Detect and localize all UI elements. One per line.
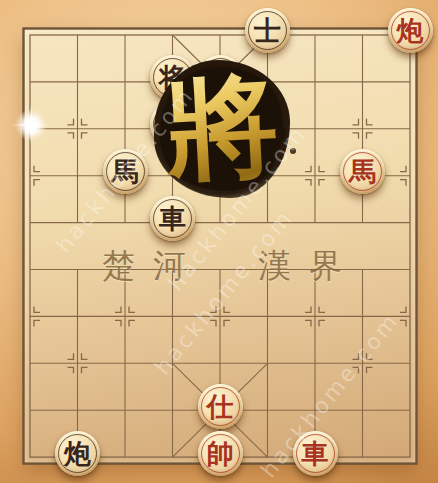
game-screen: 楚河 漢界 士炮将士炮馬馬馬車仕炮帥車 將 hackhome.com hackh… [0, 0, 438, 483]
sparkle-orb-icon [15, 109, 47, 141]
piece-glyph: 士 [254, 17, 281, 44]
piece-glyph: 炮 [397, 17, 424, 44]
piece-black-advisor[interactable]: 士 [245, 8, 290, 53]
piece-glyph: 帥 [207, 440, 234, 467]
piece-red-horse[interactable]: 馬 [340, 149, 385, 194]
piece-red-general[interactable]: 帥 [198, 431, 243, 476]
check-emblem-character: 將 [148, 52, 295, 201]
piece-glyph: 仕 [207, 393, 234, 420]
piece-black-chariot[interactable]: 車 [150, 196, 195, 241]
check-emblem: 將 [152, 58, 292, 200]
piece-glyph: 馬 [349, 158, 376, 185]
piece-red-advisor[interactable]: 仕 [198, 384, 243, 429]
piece-red-chariot[interactable]: 車 [293, 431, 338, 476]
piece-glyph: 車 [159, 205, 186, 232]
piece-glyph: 馬 [112, 158, 139, 185]
piece-black-horse[interactable]: 馬 [103, 149, 148, 194]
piece-red-cannon[interactable]: 炮 [388, 8, 433, 53]
sparkle-effect [15, 109, 47, 141]
piece-glyph: 炮 [64, 440, 91, 467]
piece-glyph: 車 [302, 440, 329, 467]
piece-black-cannon[interactable]: 炮 [55, 431, 100, 476]
